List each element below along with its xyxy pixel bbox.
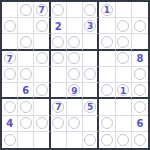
odd-circle-marker bbox=[68, 117, 80, 129]
odd-circle-marker bbox=[36, 84, 48, 96]
cell-r1c1[interactable] bbox=[2, 2, 18, 18]
cell-r8c4[interactable] bbox=[51, 116, 67, 132]
cell-r2c6[interactable]: 3 bbox=[83, 18, 99, 34]
odd-circle-marker bbox=[134, 134, 146, 146]
odd-circle-marker bbox=[20, 4, 32, 16]
cell-r8c9[interactable]: 6 bbox=[132, 116, 148, 132]
given-digit: 2 bbox=[55, 21, 62, 31]
cell-r2c2[interactable] bbox=[18, 18, 34, 34]
cell-r2c3[interactable] bbox=[34, 18, 50, 34]
cell-r5c7[interactable] bbox=[99, 67, 115, 83]
odd-circle-marker bbox=[4, 134, 16, 146]
cell-r5c2[interactable] bbox=[18, 67, 34, 83]
odd-circle-marker bbox=[68, 36, 80, 48]
odd-circle-marker: 9 bbox=[68, 84, 80, 96]
cell-r7c1[interactable] bbox=[2, 99, 18, 115]
cell-r4c7[interactable] bbox=[99, 51, 115, 67]
given-digit: 1 bbox=[104, 6, 110, 15]
odd-circle-marker bbox=[134, 101, 146, 113]
odd-circle-marker bbox=[84, 4, 96, 16]
odd-circle-marker bbox=[36, 117, 48, 129]
cell-r4c6[interactable] bbox=[83, 51, 99, 67]
odd-circle-marker: 7 bbox=[36, 4, 48, 16]
odd-circle-marker bbox=[4, 68, 16, 80]
odd-circle-marker bbox=[20, 36, 32, 48]
cell-r4c2[interactable] bbox=[18, 51, 34, 67]
cell-r9c2[interactable] bbox=[18, 132, 34, 148]
cell-r3c6[interactable] bbox=[83, 34, 99, 50]
cell-r7c4[interactable]: 7 bbox=[51, 99, 67, 115]
cell-r4c8[interactable] bbox=[116, 51, 132, 67]
given-digit: 7 bbox=[55, 103, 61, 112]
cell-r2c9[interactable] bbox=[132, 18, 148, 34]
given-digit: 9 bbox=[71, 86, 77, 95]
odd-circle-marker: 1 bbox=[117, 84, 129, 96]
cell-r3c8[interactable] bbox=[116, 34, 132, 50]
cell-r7c7[interactable] bbox=[99, 99, 115, 115]
odd-circle-marker bbox=[52, 4, 64, 16]
odd-circle-marker bbox=[117, 36, 129, 48]
cell-r2c5[interactable] bbox=[67, 18, 83, 34]
cell-r3c5[interactable] bbox=[67, 34, 83, 50]
given-digit: 3 bbox=[87, 22, 93, 31]
cell-r9c8[interactable] bbox=[116, 132, 132, 148]
odd-circle-marker bbox=[4, 20, 16, 32]
cell-r2c4[interactable]: 2 bbox=[51, 18, 67, 34]
cell-r1c2[interactable] bbox=[18, 2, 34, 18]
odd-circle-marker: 5 bbox=[84, 101, 96, 113]
odd-circle-marker bbox=[84, 134, 96, 146]
cell-r3c9[interactable] bbox=[132, 34, 148, 50]
cell-r5c9[interactable] bbox=[132, 67, 148, 83]
cell-r9c1[interactable] bbox=[2, 132, 18, 148]
odd-circle-marker bbox=[52, 117, 64, 129]
cell-r8c5[interactable] bbox=[67, 116, 83, 132]
cell-r4c5[interactable] bbox=[67, 51, 83, 67]
cell-r4c9[interactable]: 8 bbox=[132, 51, 148, 67]
cell-r6c1[interactable] bbox=[2, 83, 18, 99]
cell-r1c4[interactable] bbox=[51, 2, 67, 18]
cell-r6c6[interactable] bbox=[83, 83, 99, 99]
cell-r9c4[interactable] bbox=[51, 132, 67, 148]
given-digit: 6 bbox=[136, 119, 143, 129]
cell-r1c7[interactable]: 1 bbox=[99, 2, 115, 18]
cell-r1c5[interactable] bbox=[67, 2, 83, 18]
given-digit: 5 bbox=[87, 103, 93, 112]
odd-circle-marker bbox=[4, 101, 16, 113]
cell-r7c6[interactable]: 5 bbox=[83, 99, 99, 115]
given-digit: 7 bbox=[38, 6, 44, 15]
odd-circle-marker bbox=[20, 101, 32, 113]
cell-r6c4[interactable] bbox=[51, 83, 67, 99]
cell-r5c8[interactable] bbox=[116, 67, 132, 83]
odd-circle-marker bbox=[36, 52, 48, 64]
cell-r8c6[interactable] bbox=[83, 116, 99, 132]
odd-circle-marker bbox=[52, 36, 64, 48]
odd-circle-marker bbox=[68, 68, 80, 80]
cell-r3c1[interactable] bbox=[2, 34, 18, 50]
cell-r8c7[interactable] bbox=[99, 116, 115, 132]
cell-r1c3[interactable]: 7 bbox=[34, 2, 50, 18]
given-digit: 8 bbox=[136, 54, 143, 64]
cell-r3c4[interactable] bbox=[51, 34, 67, 50]
odd-circle-marker: 7 bbox=[52, 101, 64, 113]
odd-circle-marker bbox=[20, 68, 32, 80]
cell-r6c9[interactable] bbox=[132, 83, 148, 99]
cell-r2c7[interactable] bbox=[99, 18, 115, 34]
odd-circle-marker bbox=[117, 20, 129, 32]
odd-circle-marker: 3 bbox=[84, 20, 96, 32]
cell-r8c3[interactable] bbox=[34, 116, 50, 132]
cell-r5c1[interactable] bbox=[2, 67, 18, 83]
odd-circle-marker bbox=[36, 20, 48, 32]
cell-r1c8[interactable] bbox=[116, 2, 132, 18]
cell-r9c3[interactable] bbox=[34, 132, 50, 148]
odd-circle-marker bbox=[101, 117, 113, 129]
given-digit: 4 bbox=[6, 119, 13, 129]
cell-r5c6[interactable] bbox=[83, 67, 99, 83]
odd-circle-marker: 1 bbox=[101, 4, 113, 16]
cell-r7c5[interactable] bbox=[67, 99, 83, 115]
cell-r9c7[interactable] bbox=[99, 132, 115, 148]
cell-r6c3[interactable] bbox=[34, 83, 50, 99]
cell-r7c3[interactable] bbox=[34, 99, 50, 115]
cell-r6c2[interactable]: 6 bbox=[18, 83, 34, 99]
cell-r7c8[interactable] bbox=[116, 99, 132, 115]
odd-circle-marker bbox=[134, 84, 146, 96]
odd-circle-marker bbox=[101, 134, 113, 146]
cell-r7c9[interactable] bbox=[132, 99, 148, 115]
cell-r6c8[interactable]: 1 bbox=[116, 83, 132, 99]
cell-r1c9[interactable] bbox=[132, 2, 148, 18]
cell-r2c1[interactable] bbox=[2, 18, 18, 34]
given-digit: 1 bbox=[120, 86, 126, 95]
odd-circle-marker bbox=[134, 68, 146, 80]
cell-r5c4[interactable] bbox=[51, 67, 67, 83]
cell-r4c1[interactable]: 7 bbox=[2, 51, 18, 67]
odd-circle-marker bbox=[20, 117, 32, 129]
cell-r1c6[interactable] bbox=[83, 2, 99, 18]
given-digit: 7 bbox=[6, 54, 12, 63]
sudoku-board: 7123786917546 bbox=[0, 0, 150, 150]
cell-r6c7[interactable] bbox=[99, 83, 115, 99]
cell-r9c6[interactable] bbox=[83, 132, 99, 148]
odd-circle-marker bbox=[101, 36, 113, 48]
given-digit: 6 bbox=[22, 86, 29, 96]
cell-r3c3[interactable] bbox=[34, 34, 50, 50]
cell-r9c9[interactable] bbox=[132, 132, 148, 148]
cell-r4c4[interactable] bbox=[51, 51, 67, 67]
cell-r3c2[interactable] bbox=[18, 34, 34, 50]
cell-r8c2[interactable] bbox=[18, 116, 34, 132]
cell-r7c2[interactable] bbox=[18, 99, 34, 115]
cell-r3c7[interactable] bbox=[99, 34, 115, 50]
cell-r2c8[interactable] bbox=[116, 18, 132, 34]
odd-circle-marker bbox=[117, 134, 129, 146]
cell-r6c5[interactable]: 9 bbox=[67, 83, 83, 99]
cell-r8c1[interactable]: 4 bbox=[2, 116, 18, 132]
odd-circle-marker bbox=[52, 52, 64, 64]
odd-circle-marker bbox=[68, 52, 80, 64]
cell-r5c3[interactable] bbox=[34, 67, 50, 83]
cell-r5c5[interactable] bbox=[67, 67, 83, 83]
cell-r9c5[interactable] bbox=[67, 132, 83, 148]
cell-r4c3[interactable] bbox=[34, 51, 50, 67]
cell-r8c8[interactable] bbox=[116, 116, 132, 132]
odd-circle-marker bbox=[117, 52, 129, 64]
odd-circle-marker bbox=[84, 68, 96, 80]
odd-circle-marker: 7 bbox=[4, 52, 16, 64]
odd-circle-marker bbox=[134, 20, 146, 32]
odd-circle-marker bbox=[101, 84, 113, 96]
